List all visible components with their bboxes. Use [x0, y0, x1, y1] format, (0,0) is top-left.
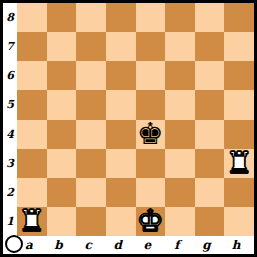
square-f1[interactable] — [165, 207, 195, 236]
square-g7[interactable] — [195, 32, 225, 61]
square-b4[interactable] — [47, 120, 77, 149]
square-c1[interactable] — [76, 207, 106, 236]
square-b8[interactable] — [47, 3, 77, 32]
square-d1[interactable] — [106, 207, 136, 236]
file-label-e: e — [133, 236, 163, 254]
square-g4[interactable] — [195, 120, 225, 149]
square-g8[interactable] — [195, 3, 225, 32]
square-e8[interactable] — [136, 3, 166, 32]
rank-label-1: 1 — [3, 207, 17, 236]
square-g5[interactable] — [195, 90, 225, 119]
square-d3[interactable] — [106, 149, 136, 178]
square-c2[interactable] — [76, 178, 106, 207]
white-king-e1[interactable]: ♚ — [136, 207, 166, 236]
square-h3[interactable]: ♜ — [224, 149, 254, 178]
square-h7[interactable] — [224, 32, 254, 61]
square-h2[interactable] — [224, 178, 254, 207]
square-g3[interactable] — [195, 149, 225, 178]
rank-label-8: 8 — [3, 3, 17, 32]
square-g6[interactable] — [195, 61, 225, 90]
square-d6[interactable] — [106, 61, 136, 90]
square-e4[interactable]: ♚ — [136, 120, 166, 149]
square-b2[interactable] — [47, 178, 77, 207]
square-a6[interactable] — [17, 61, 47, 90]
square-d7[interactable] — [106, 32, 136, 61]
square-d5[interactable] — [106, 90, 136, 119]
white-rook-a1[interactable]: ♜ — [17, 207, 47, 236]
file-label-b: b — [44, 236, 74, 254]
file-label-f: f — [162, 236, 192, 254]
square-g1[interactable] — [195, 207, 225, 236]
square-f7[interactable] — [165, 32, 195, 61]
rank-label-4: 4 — [3, 120, 17, 149]
square-b6[interactable] — [47, 61, 77, 90]
square-h5[interactable] — [224, 90, 254, 119]
square-c5[interactable] — [76, 90, 106, 119]
square-b7[interactable] — [47, 32, 77, 61]
square-f5[interactable] — [165, 90, 195, 119]
square-c7[interactable] — [76, 32, 106, 61]
square-b1[interactable] — [47, 207, 77, 236]
square-d8[interactable] — [106, 3, 136, 32]
rank-labels: 87654321 — [3, 3, 17, 236]
square-c3[interactable] — [76, 149, 106, 178]
square-h6[interactable] — [224, 61, 254, 90]
square-f3[interactable] — [165, 149, 195, 178]
square-f6[interactable] — [165, 61, 195, 90]
file-label-c: c — [73, 236, 103, 254]
square-e1[interactable]: ♚ — [136, 207, 166, 236]
rank-label-5: 5 — [3, 90, 17, 119]
rank-label-3: 3 — [3, 149, 17, 178]
square-f4[interactable] — [165, 120, 195, 149]
square-a5[interactable] — [17, 90, 47, 119]
square-e7[interactable] — [136, 32, 166, 61]
square-h1[interactable] — [224, 207, 254, 236]
square-a7[interactable] — [17, 32, 47, 61]
square-c8[interactable] — [76, 3, 106, 32]
square-h8[interactable] — [224, 3, 254, 32]
square-d4[interactable] — [106, 120, 136, 149]
white-rook-h3[interactable]: ♜ — [224, 149, 254, 178]
square-a1[interactable]: ♜ — [17, 207, 47, 236]
rank-label-6: 6 — [3, 61, 17, 90]
rank-label-7: 7 — [3, 32, 17, 61]
side-to-move-indicator — [5, 235, 23, 253]
square-f2[interactable] — [165, 178, 195, 207]
black-king-e4[interactable]: ♚ — [136, 120, 166, 149]
file-label-g: g — [192, 236, 222, 254]
square-e3[interactable] — [136, 149, 166, 178]
file-label-h: h — [221, 236, 251, 254]
square-c6[interactable] — [76, 61, 106, 90]
rank-label-2: 2 — [3, 178, 17, 207]
file-label-d: d — [103, 236, 133, 254]
chess-board: ♚♜♜♚ — [17, 3, 254, 236]
square-c4[interactable] — [76, 120, 106, 149]
square-d2[interactable] — [106, 178, 136, 207]
square-a8[interactable] — [17, 3, 47, 32]
file-labels: abcdefgh — [17, 236, 254, 254]
square-b3[interactable] — [47, 149, 77, 178]
square-e6[interactable] — [136, 61, 166, 90]
square-a3[interactable] — [17, 149, 47, 178]
square-f8[interactable] — [165, 3, 195, 32]
square-g2[interactable] — [195, 178, 225, 207]
chess-diagram: 87654321 ♚♜♜♚ abcdefgh — [0, 0, 257, 257]
square-a4[interactable] — [17, 120, 47, 149]
square-b5[interactable] — [47, 90, 77, 119]
